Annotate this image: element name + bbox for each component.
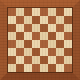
square-b1[interactable] [16, 64, 24, 72]
square-g6[interactable] [56, 24, 64, 32]
square-e1[interactable] [40, 64, 48, 72]
square-e3[interactable] [40, 48, 48, 56]
square-f2[interactable] [48, 56, 56, 64]
square-b3[interactable] [16, 48, 24, 56]
square-b6[interactable] [16, 24, 24, 32]
square-a5[interactable] [8, 32, 16, 40]
square-c1[interactable] [24, 64, 32, 72]
square-f4[interactable] [48, 40, 56, 48]
square-h6[interactable] [64, 24, 72, 32]
square-h8[interactable] [64, 8, 72, 16]
square-c6[interactable] [24, 24, 32, 32]
square-h4[interactable] [64, 40, 72, 48]
square-b2[interactable] [16, 56, 24, 64]
square-e5[interactable] [40, 32, 48, 40]
square-c7[interactable] [24, 16, 32, 24]
square-b7[interactable] [16, 16, 24, 24]
square-g8[interactable] [56, 8, 64, 16]
square-d3[interactable] [32, 48, 40, 56]
square-e4[interactable] [40, 40, 48, 48]
square-a2[interactable] [8, 56, 16, 64]
board-grid [8, 8, 72, 72]
square-c3[interactable] [24, 48, 32, 56]
square-b5[interactable] [16, 32, 24, 40]
square-e8[interactable] [40, 8, 48, 16]
square-a6[interactable] [8, 24, 16, 32]
chessboard [0, 0, 80, 80]
square-c8[interactable] [24, 8, 32, 16]
square-d8[interactable] [32, 8, 40, 16]
square-b4[interactable] [16, 40, 24, 48]
square-h1[interactable] [64, 64, 72, 72]
square-g2[interactable] [56, 56, 64, 64]
square-a1[interactable] [8, 64, 16, 72]
square-e7[interactable] [40, 16, 48, 24]
square-d5[interactable] [32, 32, 40, 40]
square-d4[interactable] [32, 40, 40, 48]
square-a8[interactable] [8, 8, 16, 16]
square-d6[interactable] [32, 24, 40, 32]
square-c4[interactable] [24, 40, 32, 48]
square-b8[interactable] [16, 8, 24, 16]
square-g7[interactable] [56, 16, 64, 24]
square-g1[interactable] [56, 64, 64, 72]
square-d7[interactable] [32, 16, 40, 24]
square-f3[interactable] [48, 48, 56, 56]
square-e6[interactable] [40, 24, 48, 32]
square-c5[interactable] [24, 32, 32, 40]
square-h2[interactable] [64, 56, 72, 64]
square-h5[interactable] [64, 32, 72, 40]
square-d1[interactable] [32, 64, 40, 72]
square-f7[interactable] [48, 16, 56, 24]
square-a4[interactable] [8, 40, 16, 48]
square-g3[interactable] [56, 48, 64, 56]
square-g5[interactable] [56, 32, 64, 40]
square-a7[interactable] [8, 16, 16, 24]
square-f6[interactable] [48, 24, 56, 32]
square-f5[interactable] [48, 32, 56, 40]
square-f8[interactable] [48, 8, 56, 16]
square-d2[interactable] [32, 56, 40, 64]
square-e2[interactable] [40, 56, 48, 64]
square-c2[interactable] [24, 56, 32, 64]
square-a3[interactable] [8, 48, 16, 56]
square-h3[interactable] [64, 48, 72, 56]
square-h7[interactable] [64, 16, 72, 24]
square-f1[interactable] [48, 64, 56, 72]
square-g4[interactable] [56, 40, 64, 48]
